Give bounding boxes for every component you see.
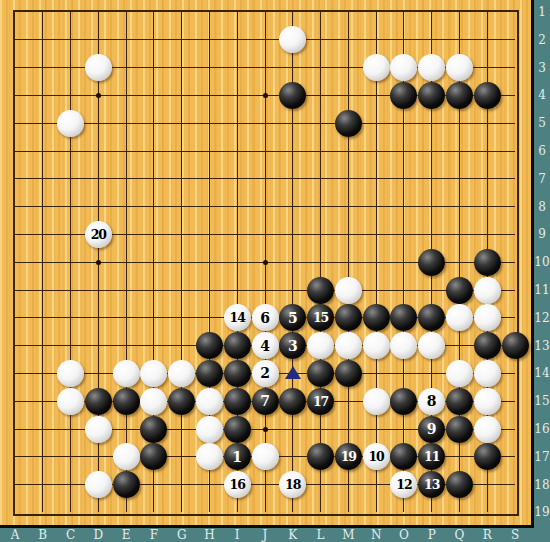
white-stone-Q14[interactable] bbox=[446, 360, 473, 387]
grid-line-horizontal bbox=[15, 290, 515, 291]
black-stone-Q4[interactable] bbox=[446, 82, 473, 109]
move-number-13: 13 bbox=[418, 471, 445, 498]
black-stone-R17[interactable] bbox=[474, 443, 501, 470]
move-number-8: 8 bbox=[418, 388, 445, 415]
black-stone-M5[interactable] bbox=[335, 110, 362, 137]
white-stone-C5[interactable] bbox=[57, 110, 84, 137]
column-label-I: I bbox=[229, 528, 245, 542]
white-stone-R11[interactable] bbox=[474, 277, 501, 304]
move-number-20: 20 bbox=[85, 221, 112, 248]
grid-line-vertical bbox=[348, 12, 349, 512]
black-stone-I14[interactable] bbox=[224, 360, 251, 387]
white-stone-N17[interactable]: 10 bbox=[363, 443, 390, 470]
black-stone-Q16[interactable] bbox=[446, 416, 473, 443]
column-label-J: J bbox=[257, 528, 273, 542]
column-label-B: B bbox=[35, 528, 51, 542]
white-stone-J12[interactable]: 6 bbox=[252, 304, 279, 331]
black-stone-E18[interactable] bbox=[113, 471, 140, 498]
white-stone-J17[interactable] bbox=[252, 443, 279, 470]
star-point bbox=[263, 260, 268, 265]
black-stone-D15[interactable] bbox=[85, 388, 112, 415]
black-stone-Q11[interactable] bbox=[446, 277, 473, 304]
go-board-window: 2014651543271789119101116181213 ABCDEFGH… bbox=[0, 0, 550, 542]
black-stone-M17[interactable]: 19 bbox=[335, 443, 362, 470]
row-label-1: 1 bbox=[534, 5, 550, 19]
white-stone-N3[interactable] bbox=[363, 54, 390, 81]
column-label-P: P bbox=[424, 528, 440, 542]
black-stone-M14[interactable] bbox=[335, 360, 362, 387]
row-label-11: 11 bbox=[534, 283, 550, 297]
black-stone-S13[interactable] bbox=[502, 332, 529, 359]
white-stone-R14[interactable] bbox=[474, 360, 501, 387]
white-stone-M13[interactable] bbox=[335, 332, 362, 359]
column-label-S: S bbox=[507, 528, 523, 542]
row-label-5: 5 bbox=[534, 116, 550, 130]
star-point bbox=[96, 93, 101, 98]
row-label-19: 19 bbox=[534, 505, 550, 519]
white-stone-E14[interactable] bbox=[113, 360, 140, 387]
black-stone-F16[interactable] bbox=[140, 416, 167, 443]
row-label-15: 15 bbox=[534, 394, 550, 408]
white-stone-E17[interactable] bbox=[113, 443, 140, 470]
column-label-R: R bbox=[479, 528, 495, 542]
move-number-9: 9 bbox=[418, 416, 445, 443]
black-stone-L15[interactable]: 17 bbox=[307, 388, 334, 415]
grid-line-vertical bbox=[376, 12, 377, 512]
move-number-18: 18 bbox=[279, 471, 306, 498]
column-label-Q: Q bbox=[451, 528, 467, 542]
row-label-18: 18 bbox=[534, 478, 550, 492]
black-stone-I13[interactable] bbox=[224, 332, 251, 359]
move-number-12: 12 bbox=[390, 471, 417, 498]
row-label-17: 17 bbox=[534, 450, 550, 464]
white-stone-I12[interactable]: 14 bbox=[224, 304, 251, 331]
black-stone-M12[interactable] bbox=[335, 304, 362, 331]
black-stone-I15[interactable] bbox=[224, 388, 251, 415]
white-stone-I18[interactable]: 16 bbox=[224, 471, 251, 498]
black-stone-K4[interactable] bbox=[279, 82, 306, 109]
white-stone-D18[interactable] bbox=[85, 471, 112, 498]
white-stone-F15[interactable] bbox=[140, 388, 167, 415]
column-label-strip: ABCDEFGHIJKLMNOPQRS bbox=[0, 528, 550, 542]
black-stone-J15[interactable]: 7 bbox=[252, 388, 279, 415]
column-label-N: N bbox=[368, 528, 384, 542]
black-stone-E15[interactable] bbox=[113, 388, 140, 415]
column-label-A: A bbox=[7, 528, 23, 542]
move-number-4: 4 bbox=[252, 332, 279, 359]
move-number-7: 7 bbox=[252, 388, 279, 415]
column-label-D: D bbox=[90, 528, 106, 542]
white-stone-M11[interactable] bbox=[335, 277, 362, 304]
white-stone-D3[interactable] bbox=[85, 54, 112, 81]
white-stone-H15[interactable] bbox=[196, 388, 223, 415]
black-stone-K12[interactable]: 5 bbox=[279, 304, 306, 331]
white-stone-C14[interactable] bbox=[57, 360, 84, 387]
grid-line-vertical bbox=[320, 12, 321, 512]
column-label-L: L bbox=[313, 528, 329, 542]
white-stone-G14[interactable] bbox=[168, 360, 195, 387]
white-stone-N13[interactable] bbox=[363, 332, 390, 359]
black-stone-L12[interactable]: 15 bbox=[307, 304, 334, 331]
row-label-14: 14 bbox=[534, 366, 550, 380]
black-stone-P4[interactable] bbox=[418, 82, 445, 109]
row-label-3: 3 bbox=[534, 61, 550, 75]
black-stone-H14[interactable] bbox=[196, 360, 223, 387]
black-stone-P17[interactable]: 11 bbox=[418, 443, 445, 470]
white-stone-D9[interactable]: 20 bbox=[85, 221, 112, 248]
move-number-6: 6 bbox=[252, 304, 279, 331]
white-stone-C15[interactable] bbox=[57, 388, 84, 415]
white-stone-P15[interactable]: 8 bbox=[418, 388, 445, 415]
white-stone-K18[interactable]: 18 bbox=[279, 471, 306, 498]
black-stone-L14[interactable] bbox=[307, 360, 334, 387]
move-number-17: 17 bbox=[307, 388, 334, 415]
star-point bbox=[263, 93, 268, 98]
black-stone-N12[interactable] bbox=[363, 304, 390, 331]
white-stone-J14[interactable]: 2 bbox=[252, 360, 279, 387]
black-stone-Q15[interactable] bbox=[446, 388, 473, 415]
triangle-marker bbox=[285, 366, 301, 379]
white-stone-H16[interactable] bbox=[196, 416, 223, 443]
black-stone-Q18[interactable] bbox=[446, 471, 473, 498]
white-stone-R16[interactable] bbox=[474, 416, 501, 443]
white-stone-N15[interactable] bbox=[363, 388, 390, 415]
black-stone-R4[interactable] bbox=[474, 82, 501, 109]
black-stone-K15[interactable] bbox=[279, 388, 306, 415]
move-number-16: 16 bbox=[224, 471, 251, 498]
column-label-K: K bbox=[285, 528, 301, 542]
row-label-12: 12 bbox=[534, 311, 550, 325]
white-stone-R15[interactable] bbox=[474, 388, 501, 415]
column-label-O: O bbox=[396, 528, 412, 542]
move-number-14: 14 bbox=[224, 304, 251, 331]
move-number-11: 11 bbox=[418, 443, 445, 470]
row-label-16: 16 bbox=[534, 422, 550, 436]
black-stone-G15[interactable] bbox=[168, 388, 195, 415]
black-stone-R10[interactable] bbox=[474, 249, 501, 276]
column-label-E: E bbox=[118, 528, 134, 542]
black-stone-L11[interactable] bbox=[307, 277, 334, 304]
row-label-10: 10 bbox=[534, 255, 550, 269]
row-label-8: 8 bbox=[534, 200, 550, 214]
row-label-7: 7 bbox=[534, 172, 550, 186]
move-number-5: 5 bbox=[279, 304, 306, 331]
black-stone-K13[interactable]: 3 bbox=[279, 332, 306, 359]
white-stone-L13[interactable] bbox=[307, 332, 334, 359]
row-label-6: 6 bbox=[534, 144, 550, 158]
white-stone-J13[interactable]: 4 bbox=[252, 332, 279, 359]
black-stone-I17[interactable]: 1 bbox=[224, 443, 251, 470]
goban[interactable]: 2014651543271789119101116181213 bbox=[0, 0, 531, 525]
row-label-2: 2 bbox=[534, 33, 550, 47]
move-number-3: 3 bbox=[279, 332, 306, 359]
black-stone-P18[interactable]: 13 bbox=[418, 471, 445, 498]
white-stone-O18[interactable]: 12 bbox=[390, 471, 417, 498]
white-stone-Q3[interactable] bbox=[446, 54, 473, 81]
row-label-strip: 12345678910111213141516171819 bbox=[534, 0, 550, 528]
column-label-F: F bbox=[146, 528, 162, 542]
star-point bbox=[96, 260, 101, 265]
column-label-G: G bbox=[174, 528, 190, 542]
row-label-9: 9 bbox=[534, 227, 550, 241]
black-stone-O15[interactable] bbox=[390, 388, 417, 415]
row-label-4: 4 bbox=[534, 88, 550, 102]
star-point bbox=[263, 427, 268, 432]
column-label-C: C bbox=[63, 528, 79, 542]
black-stone-R13[interactable] bbox=[474, 332, 501, 359]
column-label-M: M bbox=[340, 528, 356, 542]
black-stone-I16[interactable] bbox=[224, 416, 251, 443]
move-number-2: 2 bbox=[252, 360, 279, 387]
white-stone-R12[interactable] bbox=[474, 304, 501, 331]
column-label-H: H bbox=[201, 528, 217, 542]
black-stone-H13[interactable] bbox=[196, 332, 223, 359]
move-number-15: 15 bbox=[307, 304, 334, 331]
move-number-10: 10 bbox=[363, 443, 390, 470]
move-number-1: 1 bbox=[224, 443, 251, 470]
black-stone-P10[interactable] bbox=[418, 249, 445, 276]
white-stone-D16[interactable] bbox=[85, 416, 112, 443]
black-stone-P16[interactable]: 9 bbox=[418, 416, 445, 443]
move-number-19: 19 bbox=[335, 443, 362, 470]
row-label-13: 13 bbox=[534, 339, 550, 353]
